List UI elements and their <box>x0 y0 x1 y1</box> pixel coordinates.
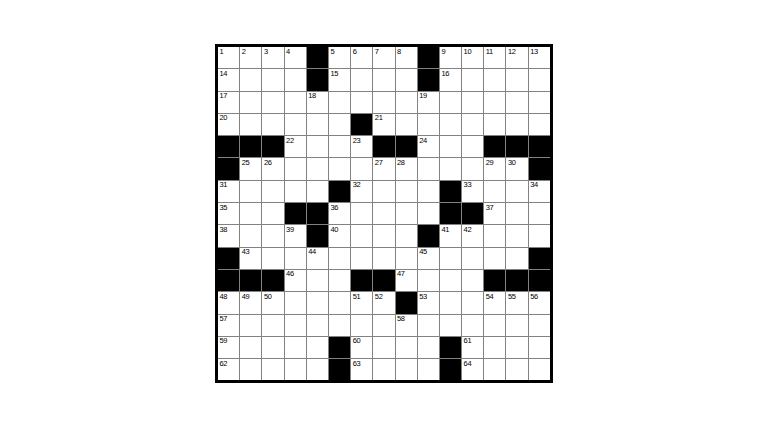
grid-cell[interactable]: 18 <box>307 92 328 113</box>
grid-cell[interactable] <box>484 359 505 380</box>
grid-cell[interactable] <box>240 92 261 113</box>
grid-cell[interactable]: 51 <box>351 292 372 313</box>
grid-cell[interactable] <box>285 337 306 358</box>
grid-cell[interactable]: 60 <box>351 337 372 358</box>
clue-number: 61 <box>464 337 472 345</box>
grid-cell[interactable]: 41 <box>440 225 461 246</box>
clue-number: 54 <box>486 293 494 301</box>
grid-cell[interactable] <box>329 92 350 113</box>
clue-number: 57 <box>220 315 228 323</box>
black-cell <box>462 203 483 224</box>
grid-cell[interactable] <box>462 136 483 157</box>
grid-cell[interactable] <box>351 248 372 269</box>
grid-cell[interactable] <box>262 69 283 90</box>
grid-cell[interactable]: 62 <box>218 359 239 380</box>
grid-cell[interactable]: 12 <box>506 47 527 68</box>
black-cell <box>240 270 261 291</box>
clue-number: 16 <box>441 70 449 78</box>
grid-cell[interactable] <box>462 270 483 291</box>
grid-cell[interactable] <box>307 315 328 336</box>
grid-cell[interactable] <box>262 315 283 336</box>
clue-number: 34 <box>530 181 538 189</box>
grid-cell[interactable] <box>418 158 439 179</box>
clue-number: 62 <box>220 360 228 368</box>
grid-cell[interactable]: 56 <box>529 292 550 313</box>
grid-cell[interactable]: 17 <box>218 92 239 113</box>
grid-cell[interactable]: 6 <box>351 47 372 68</box>
black-cell <box>373 136 394 157</box>
black-cell <box>218 248 239 269</box>
grid-cell[interactable] <box>307 158 328 179</box>
grid-cell[interactable]: 30 <box>506 158 527 179</box>
grid-cell[interactable]: 9 <box>440 47 461 68</box>
grid-cell[interactable]: 3 <box>262 47 283 68</box>
grid-cell[interactable] <box>240 337 261 358</box>
black-cell <box>506 270 527 291</box>
grid-cell[interactable] <box>262 92 283 113</box>
grid-cell[interactable] <box>373 315 394 336</box>
clue-number: 3 <box>264 48 268 56</box>
grid-cell[interactable] <box>329 158 350 179</box>
clue-number: 14 <box>220 70 228 78</box>
clue-number: 6 <box>353 48 357 56</box>
clue-number: 22 <box>286 137 294 145</box>
clue-number: 28 <box>397 159 405 167</box>
grid-cell[interactable] <box>329 136 350 157</box>
grid-cell[interactable]: 46 <box>285 270 306 291</box>
clue-number: 31 <box>220 181 228 189</box>
grid-cell[interactable]: 59 <box>218 337 239 358</box>
grid-cell[interactable] <box>484 248 505 269</box>
grid-cell[interactable] <box>285 158 306 179</box>
grid-cell[interactable]: 33 <box>462 181 483 202</box>
grid-cell[interactable] <box>484 114 505 135</box>
grid-cell[interactable]: 49 <box>240 292 261 313</box>
clue-number: 37 <box>486 204 494 212</box>
grid-cell[interactable] <box>396 181 417 202</box>
black-cell <box>396 292 417 313</box>
clue-number: 11 <box>486 48 493 56</box>
grid-cell[interactable] <box>462 248 483 269</box>
black-cell <box>440 337 461 358</box>
grid-cell[interactable] <box>462 292 483 313</box>
grid-cell[interactable] <box>418 315 439 336</box>
grid-cell[interactable] <box>462 158 483 179</box>
grid-cell[interactable] <box>440 315 461 336</box>
grid-cell[interactable]: 20 <box>218 114 239 135</box>
clue-number: 32 <box>353 181 361 189</box>
black-cell <box>351 270 372 291</box>
grid-cell[interactable]: 43 <box>240 248 261 269</box>
grid-cell[interactable] <box>373 92 394 113</box>
grid-cell[interactable]: 24 <box>418 136 439 157</box>
grid-cell[interactable]: 54 <box>484 292 505 313</box>
grid-cell[interactable] <box>440 158 461 179</box>
grid-cell[interactable]: 45 <box>418 248 439 269</box>
grid-cell[interactable] <box>307 359 328 380</box>
clue-number: 44 <box>308 248 316 256</box>
grid-cell[interactable] <box>418 270 439 291</box>
grid-cell[interactable]: 61 <box>462 337 483 358</box>
grid-cell[interactable] <box>529 337 550 358</box>
grid-cell[interactable] <box>396 92 417 113</box>
grid-cell[interactable] <box>396 203 417 224</box>
grid-cell[interactable] <box>440 270 461 291</box>
black-cell <box>351 114 372 135</box>
grid-cell[interactable] <box>373 69 394 90</box>
grid-cell[interactable] <box>285 359 306 380</box>
black-cell <box>440 203 461 224</box>
grid-cell[interactable]: 27 <box>373 158 394 179</box>
clue-number: 26 <box>264 159 272 167</box>
grid-cell[interactable] <box>529 315 550 336</box>
grid-cell[interactable] <box>506 359 527 380</box>
grid-cell[interactable] <box>440 114 461 135</box>
grid-cell[interactable] <box>351 225 372 246</box>
grid-cell[interactable] <box>529 69 550 90</box>
clue-number: 52 <box>375 293 383 301</box>
grid-cell[interactable] <box>262 337 283 358</box>
grid-cell[interactable] <box>418 359 439 380</box>
grid-cell[interactable]: 36 <box>329 203 350 224</box>
grid-cell[interactable] <box>440 292 461 313</box>
grid-cell[interactable] <box>440 136 461 157</box>
clue-number: 4 <box>286 48 290 56</box>
grid-cell[interactable]: 21 <box>373 114 394 135</box>
clue-number: 29 <box>486 159 494 167</box>
clue-number: 59 <box>220 337 228 345</box>
grid-cell[interactable]: 7 <box>373 47 394 68</box>
clue-number: 12 <box>508 48 516 56</box>
grid-cell[interactable]: 55 <box>506 292 527 313</box>
grid-cell[interactable] <box>351 203 372 224</box>
clue-number: 56 <box>530 293 538 301</box>
grid-cell[interactable] <box>506 225 527 246</box>
crossword-grid: 1234567891011121314151617181920212223242… <box>215 44 553 383</box>
clue-number: 55 <box>508 293 516 301</box>
grid-cell[interactable]: 4 <box>285 47 306 68</box>
grid-cell[interactable] <box>262 359 283 380</box>
grid-cell[interactable] <box>529 203 550 224</box>
clue-number: 24 <box>419 137 427 145</box>
page: 1234567891011121314151617181920212223242… <box>0 0 768 432</box>
black-cell <box>240 136 261 157</box>
grid-cell[interactable] <box>396 114 417 135</box>
clue-number: 46 <box>286 270 294 278</box>
grid-cell[interactable]: 58 <box>396 315 417 336</box>
grid-cell[interactable] <box>262 181 283 202</box>
black-cell <box>262 270 283 291</box>
grid-cell[interactable] <box>262 225 283 246</box>
clue-number: 63 <box>353 360 361 368</box>
grid-cell[interactable] <box>418 114 439 135</box>
clue-number: 7 <box>375 48 379 56</box>
grid-cell[interactable]: 50 <box>262 292 283 313</box>
clue-number: 60 <box>353 337 361 345</box>
clue-number: 5 <box>330 48 334 56</box>
clue-number: 18 <box>308 92 316 100</box>
grid-cell[interactable] <box>529 92 550 113</box>
grid-cell[interactable] <box>307 337 328 358</box>
grid-cell[interactable] <box>418 203 439 224</box>
clue-number: 35 <box>220 204 228 212</box>
grid-cell[interactable] <box>484 337 505 358</box>
grid-cell[interactable] <box>240 359 261 380</box>
clue-number: 45 <box>419 248 427 256</box>
grid-cell[interactable] <box>240 69 261 90</box>
grid-cell[interactable]: 31 <box>218 181 239 202</box>
grid-cell[interactable] <box>506 69 527 90</box>
grid-cell[interactable]: 44 <box>307 248 328 269</box>
grid-cell[interactable] <box>329 248 350 269</box>
clue-number: 23 <box>353 137 361 145</box>
clue-number: 20 <box>220 114 228 122</box>
black-cell <box>440 359 461 380</box>
grid-cell[interactable] <box>240 225 261 246</box>
black-cell <box>329 337 350 358</box>
black-cell <box>373 270 394 291</box>
black-cell <box>418 47 439 68</box>
grid-cell[interactable] <box>329 270 350 291</box>
black-cell <box>440 181 461 202</box>
clue-number: 17 <box>220 92 228 100</box>
grid-cell[interactable]: 47 <box>396 270 417 291</box>
grid-cell[interactable]: 13 <box>529 47 550 68</box>
grid-cell[interactable]: 10 <box>462 47 483 68</box>
black-cell <box>418 69 439 90</box>
black-cell <box>484 136 505 157</box>
grid-cell[interactable] <box>396 337 417 358</box>
grid-cell[interactable]: 35 <box>218 203 239 224</box>
clue-number: 39 <box>286 226 294 234</box>
black-cell <box>484 270 505 291</box>
grid-cell[interactable]: 34 <box>529 181 550 202</box>
clue-number: 43 <box>242 248 250 256</box>
grid-cell[interactable] <box>529 359 550 380</box>
grid-cell[interactable]: 32 <box>351 181 372 202</box>
grid-cell[interactable] <box>373 359 394 380</box>
grid-cell[interactable] <box>484 92 505 113</box>
black-cell <box>418 225 439 246</box>
grid-cell[interactable] <box>373 337 394 358</box>
grid-cell[interactable]: 2 <box>240 47 261 68</box>
black-cell <box>396 136 417 157</box>
black-cell <box>307 47 328 68</box>
grid-cell[interactable] <box>396 225 417 246</box>
black-cell <box>218 158 239 179</box>
black-cell <box>529 248 550 269</box>
grid-cell[interactable] <box>262 203 283 224</box>
grid-cell[interactable] <box>440 248 461 269</box>
grid-cell[interactable] <box>240 315 261 336</box>
grid-cell[interactable] <box>506 248 527 269</box>
grid-cell[interactable] <box>285 69 306 90</box>
grid-cell[interactable] <box>418 181 439 202</box>
clue-number: 47 <box>397 270 405 278</box>
grid-cell[interactable]: 25 <box>240 158 261 179</box>
grid-cell[interactable]: 15 <box>329 69 350 90</box>
grid-cell[interactable]: 26 <box>262 158 283 179</box>
grid-cell[interactable] <box>262 248 283 269</box>
grid-cell[interactable] <box>285 114 306 135</box>
grid-cell[interactable]: 57 <box>218 315 239 336</box>
clue-number: 58 <box>397 315 405 323</box>
grid-cell[interactable] <box>529 225 550 246</box>
clue-number: 53 <box>419 293 427 301</box>
grid-cell[interactable] <box>396 69 417 90</box>
black-cell <box>329 359 350 380</box>
black-cell <box>307 225 328 246</box>
grid-cell[interactable] <box>329 315 350 336</box>
grid-cell[interactable] <box>506 114 527 135</box>
clue-number: 50 <box>264 293 272 301</box>
grid-cell[interactable] <box>462 69 483 90</box>
grid-cell[interactable]: 19 <box>418 92 439 113</box>
grid-cell[interactable] <box>462 315 483 336</box>
clue-number: 15 <box>330 70 338 78</box>
grid-cell[interactable] <box>262 114 283 135</box>
black-cell <box>506 136 527 157</box>
clue-number: 36 <box>330 204 338 212</box>
black-cell <box>218 136 239 157</box>
grid-cell[interactable] <box>351 158 372 179</box>
black-cell <box>307 69 328 90</box>
black-cell <box>262 136 283 157</box>
clue-number: 40 <box>330 226 338 234</box>
grid-cell[interactable] <box>240 181 261 202</box>
grid-cell[interactable] <box>484 69 505 90</box>
clue-number: 42 <box>464 226 472 234</box>
grid-cell[interactable]: 63 <box>351 359 372 380</box>
grid-cell[interactable] <box>396 359 417 380</box>
black-cell <box>285 203 306 224</box>
grid-cell[interactable]: 38 <box>218 225 239 246</box>
clue-number: 48 <box>220 293 228 301</box>
grid-cell[interactable] <box>351 69 372 90</box>
grid-cell[interactable] <box>240 114 261 135</box>
clue-number: 33 <box>464 181 472 189</box>
clue-number: 19 <box>419 92 427 100</box>
grid-cell[interactable] <box>462 92 483 113</box>
clue-number: 8 <box>397 48 401 56</box>
clue-number: 64 <box>464 360 472 368</box>
grid-cell[interactable]: 53 <box>418 292 439 313</box>
grid-cell[interactable] <box>484 181 505 202</box>
clue-number: 51 <box>353 293 361 301</box>
grid-cell[interactable]: 11 <box>484 47 505 68</box>
grid-cell[interactable] <box>529 114 550 135</box>
grid-cell[interactable]: 37 <box>484 203 505 224</box>
grid-cell[interactable] <box>329 114 350 135</box>
grid-cell[interactable] <box>506 203 527 224</box>
grid-cell[interactable]: 5 <box>329 47 350 68</box>
grid-cell[interactable] <box>307 136 328 157</box>
clue-number: 27 <box>375 159 383 167</box>
clue-number: 10 <box>464 48 472 56</box>
black-cell <box>307 203 328 224</box>
grid-cell[interactable] <box>373 181 394 202</box>
grid-cell[interactable] <box>418 337 439 358</box>
grid-cell[interactable]: 29 <box>484 158 505 179</box>
grid-cell[interactable] <box>307 114 328 135</box>
black-cell <box>529 270 550 291</box>
grid-cell[interactable] <box>506 92 527 113</box>
grid-cell[interactable] <box>285 248 306 269</box>
grid-cell[interactable]: 16 <box>440 69 461 90</box>
grid-cell[interactable] <box>506 315 527 336</box>
grid-cell[interactable] <box>351 315 372 336</box>
grid-cell[interactable] <box>307 270 328 291</box>
grid-cell[interactable]: 28 <box>396 158 417 179</box>
grid-cell[interactable] <box>307 292 328 313</box>
grid-cell[interactable]: 23 <box>351 136 372 157</box>
clue-number: 2 <box>242 48 246 56</box>
clue-number: 49 <box>242 293 250 301</box>
grid-cell[interactable]: 40 <box>329 225 350 246</box>
grid-cell[interactable] <box>307 181 328 202</box>
grid-cell[interactable] <box>396 248 417 269</box>
grid-cell[interactable] <box>240 203 261 224</box>
grid-cell[interactable] <box>373 225 394 246</box>
clue-number: 41 <box>441 226 449 234</box>
grid-cell[interactable] <box>285 92 306 113</box>
clue-number: 1 <box>220 48 224 56</box>
grid-cell[interactable]: 1 <box>218 47 239 68</box>
clue-number: 13 <box>530 48 538 56</box>
grid-cell[interactable] <box>462 114 483 135</box>
grid-cell[interactable] <box>351 92 372 113</box>
grid-cell[interactable] <box>285 292 306 313</box>
clue-number: 21 <box>375 114 383 122</box>
clue-number: 25 <box>242 159 250 167</box>
black-cell <box>329 181 350 202</box>
grid-cell[interactable] <box>329 292 350 313</box>
grid-cell[interactable] <box>285 181 306 202</box>
grid-cell[interactable]: 22 <box>285 136 306 157</box>
black-cell <box>218 270 239 291</box>
grid-cell[interactable]: 14 <box>218 69 239 90</box>
grid-cell[interactable] <box>285 315 306 336</box>
grid-cell[interactable]: 48 <box>218 292 239 313</box>
grid-cell[interactable]: 8 <box>396 47 417 68</box>
clue-number: 9 <box>441 48 445 56</box>
grid-cell[interactable] <box>440 92 461 113</box>
clue-number: 38 <box>220 226 228 234</box>
grid-cell[interactable]: 39 <box>285 225 306 246</box>
grid-cell[interactable] <box>506 181 527 202</box>
grid-cell[interactable] <box>373 248 394 269</box>
grid-cell[interactable] <box>484 315 505 336</box>
clue-number: 30 <box>508 159 516 167</box>
grid-cell[interactable] <box>506 337 527 358</box>
grid-cell[interactable]: 64 <box>462 359 483 380</box>
grid-cell[interactable] <box>484 225 505 246</box>
black-cell <box>529 136 550 157</box>
black-cell <box>529 158 550 179</box>
grid-cell[interactable] <box>373 203 394 224</box>
grid-cell[interactable]: 52 <box>373 292 394 313</box>
grid-cell[interactable]: 42 <box>462 225 483 246</box>
